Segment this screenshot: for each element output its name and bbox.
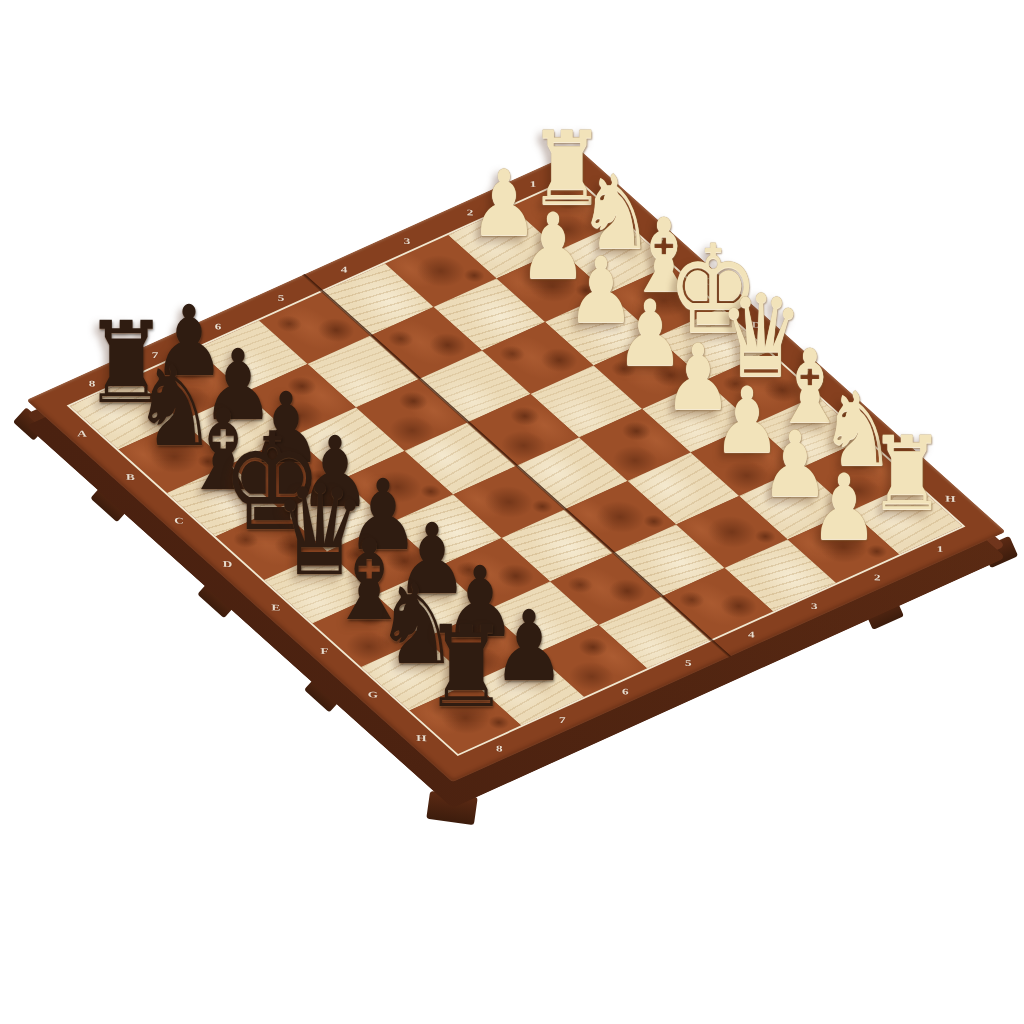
rank-label-hfile-8: 8: [496, 743, 503, 753]
rank-label-hfile-3: 3: [811, 601, 818, 611]
file-label-near-f: F: [320, 646, 328, 656]
file-label-near-b: B: [126, 472, 135, 482]
rank-label-hfile-5: 5: [685, 658, 692, 668]
piece-black-rook-h8[interactable]: ♜: [423, 612, 508, 725]
rank-label-hfile-6: 6: [622, 686, 629, 696]
piece-white-rook-h1[interactable]: ♜: [868, 423, 945, 525]
file-label-near-c: C: [174, 515, 184, 525]
piece-white-pawn-h2[interactable]: ♟: [809, 462, 878, 553]
photo-stage: AABBCCDDEEFFGGHH1122334455667788 ♜♞♝♚♛♝♞…: [0, 0, 1024, 1024]
rank-label-hfile-4: 4: [748, 629, 755, 639]
file-label-far-h: H: [945, 494, 955, 504]
file-label-near-a: A: [77, 428, 87, 438]
rank-label-afile-3: 3: [404, 236, 411, 246]
rank-label-afile-5: 5: [278, 293, 285, 303]
file-label-near-e: E: [271, 602, 280, 612]
rank-label-afile-4: 4: [341, 264, 348, 274]
rank-label-hfile-7: 7: [559, 715, 566, 725]
file-label-near-h: H: [416, 733, 426, 743]
rank-label-hfile-1: 1: [937, 544, 944, 554]
file-label-near-g: G: [368, 689, 378, 699]
rank-label-hfile-2: 2: [874, 572, 881, 582]
